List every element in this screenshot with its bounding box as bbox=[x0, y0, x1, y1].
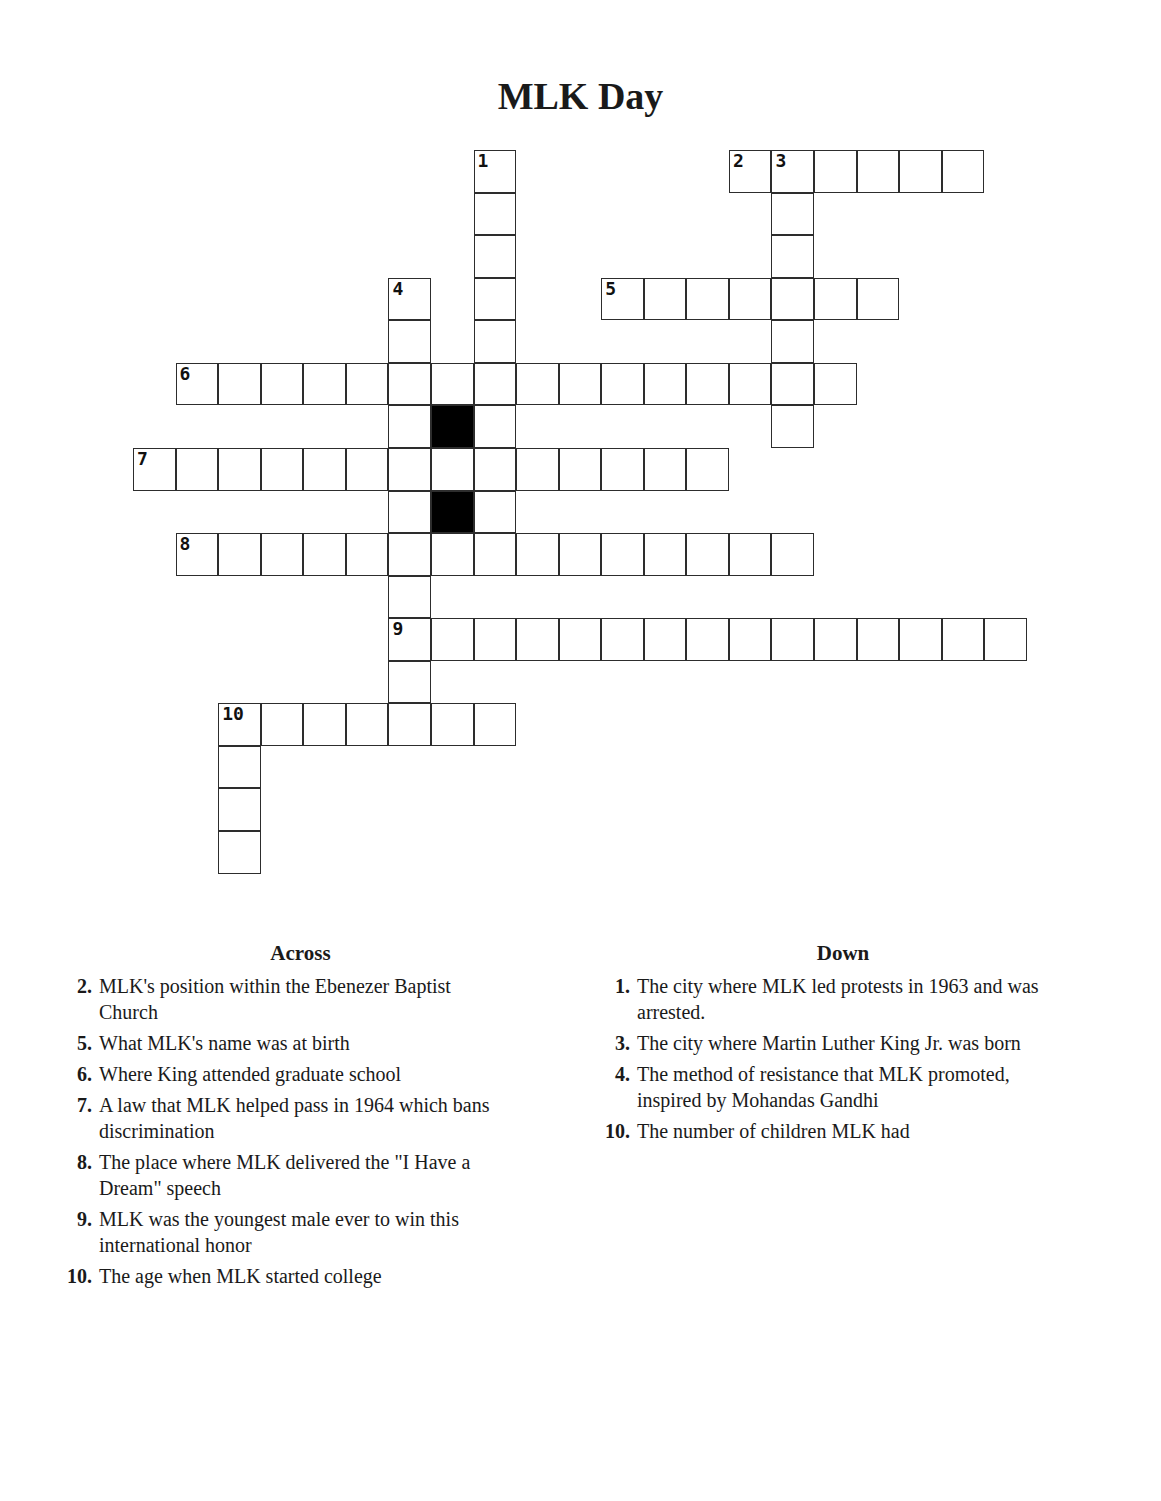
grid-cell[interactable] bbox=[516, 448, 559, 491]
grid-cell[interactable]: 5 bbox=[601, 278, 644, 321]
blocked-cell bbox=[431, 491, 474, 534]
clue-number: 10. bbox=[594, 1118, 630, 1144]
grid-cell[interactable] bbox=[176, 448, 219, 491]
clue-item: 1.The city where MLK led protests in 196… bbox=[594, 973, 1092, 1025]
down-header: Down bbox=[594, 941, 1092, 965]
grid-cell[interactable] bbox=[474, 533, 517, 576]
grid-cell[interactable] bbox=[814, 618, 857, 661]
grid-cell[interactable] bbox=[771, 235, 814, 278]
clue-number: 8. bbox=[56, 1149, 92, 1201]
grid-cell[interactable] bbox=[388, 320, 431, 363]
grid-cell[interactable] bbox=[218, 746, 261, 789]
grid-cell[interactable] bbox=[771, 193, 814, 236]
grid-cell[interactable] bbox=[686, 618, 729, 661]
clue-item: 8.The place where MLK delivered the "I H… bbox=[56, 1149, 545, 1201]
grid-cell[interactable] bbox=[303, 703, 346, 746]
grid-cell[interactable] bbox=[474, 405, 517, 448]
across-clue-list: 2.MLK's position within the Ebenezer Bap… bbox=[56, 973, 545, 1289]
grid-cell[interactable]: 2 bbox=[729, 150, 772, 193]
grid-cell[interactable] bbox=[942, 150, 985, 193]
grid-cell[interactable] bbox=[346, 703, 389, 746]
grid-cell[interactable] bbox=[218, 448, 261, 491]
grid-cell[interactable] bbox=[729, 533, 772, 576]
crossword-grid: 12345678910 bbox=[133, 150, 1027, 874]
grid-cell[interactable] bbox=[771, 618, 814, 661]
clue-text: Where King attended graduate school bbox=[99, 1061, 514, 1087]
clue-text: A law that MLK helped pass in 1964 which… bbox=[99, 1092, 514, 1144]
grid-cell[interactable] bbox=[474, 491, 517, 534]
cell-clue-number: 2 bbox=[733, 152, 744, 170]
grid-cell[interactable] bbox=[814, 278, 857, 321]
crossword-worksheet: MLK Day 12345678910 Across 2.MLK's posit… bbox=[0, 0, 1161, 1501]
clue-text: The age when MLK started college bbox=[99, 1263, 514, 1289]
grid-cell[interactable] bbox=[474, 703, 517, 746]
grid-cell[interactable] bbox=[729, 278, 772, 321]
grid-cell[interactable]: 10 bbox=[218, 703, 261, 746]
grid-cell[interactable] bbox=[431, 618, 474, 661]
cell-clue-number: 1 bbox=[478, 152, 489, 170]
grid-cell[interactable] bbox=[729, 363, 772, 406]
clue-item: 4.The method of resistance that MLK prom… bbox=[594, 1061, 1092, 1113]
clue-item: 10.The number of children MLK had bbox=[594, 1118, 1092, 1144]
cell-clue-number: 10 bbox=[222, 705, 244, 723]
grid-cell[interactable] bbox=[218, 831, 261, 874]
grid-cell[interactable] bbox=[388, 533, 431, 576]
clue-number: 6. bbox=[56, 1061, 92, 1087]
grid-cell[interactable] bbox=[942, 618, 985, 661]
across-header: Across bbox=[56, 941, 545, 965]
clue-number: 4. bbox=[594, 1061, 630, 1113]
grid-cell[interactable] bbox=[857, 278, 900, 321]
grid-cell[interactable] bbox=[686, 448, 729, 491]
clue-item: 5.What MLK's name was at birth bbox=[56, 1030, 545, 1056]
grid-cell[interactable] bbox=[388, 405, 431, 448]
grid-cell[interactable] bbox=[771, 405, 814, 448]
grid-cell[interactable] bbox=[388, 363, 431, 406]
grid-cell[interactable] bbox=[431, 703, 474, 746]
grid-cell[interactable] bbox=[388, 448, 431, 491]
clue-item: 3.The city where Martin Luther King Jr. … bbox=[594, 1030, 1092, 1056]
grid-cell[interactable] bbox=[431, 363, 474, 406]
grid-cell[interactable] bbox=[644, 618, 687, 661]
grid-cell[interactable]: 1 bbox=[474, 150, 517, 193]
grid-cell[interactable] bbox=[474, 235, 517, 278]
grid-cell[interactable] bbox=[261, 533, 304, 576]
grid-cell[interactable] bbox=[218, 788, 261, 831]
grid-cell[interactable] bbox=[857, 618, 900, 661]
grid-cell[interactable] bbox=[388, 703, 431, 746]
grid-cell[interactable] bbox=[346, 363, 389, 406]
grid-cell[interactable] bbox=[474, 193, 517, 236]
grid-cell[interactable]: 6 bbox=[176, 363, 219, 406]
grid-cell[interactable] bbox=[559, 363, 602, 406]
clue-number: 7. bbox=[56, 1092, 92, 1144]
clue-number: 5. bbox=[56, 1030, 92, 1056]
clue-item: 7.A law that MLK helped pass in 1964 whi… bbox=[56, 1092, 545, 1144]
cell-clue-number: 6 bbox=[180, 365, 191, 383]
clue-text: The city where Martin Luther King Jr. wa… bbox=[637, 1030, 1077, 1056]
grid-cell[interactable] bbox=[899, 150, 942, 193]
down-clue-list: 1.The city where MLK led protests in 196… bbox=[594, 973, 1092, 1144]
grid-cell[interactable] bbox=[686, 363, 729, 406]
cell-clue-number: 9 bbox=[392, 620, 403, 638]
grid-cell[interactable] bbox=[303, 363, 346, 406]
clue-text: What MLK's name was at birth bbox=[99, 1030, 514, 1056]
grid-cell[interactable] bbox=[516, 363, 559, 406]
clue-item: 10.The age when MLK started college bbox=[56, 1263, 545, 1289]
clue-text: MLK's position within the Ebenezer Bapti… bbox=[99, 973, 514, 1025]
grid-cell[interactable] bbox=[771, 278, 814, 321]
grid-cell[interactable] bbox=[984, 618, 1027, 661]
grid-cell[interactable] bbox=[474, 363, 517, 406]
puzzle-title: MLK Day bbox=[0, 74, 1161, 118]
clue-text: The number of children MLK had bbox=[637, 1118, 1077, 1144]
grid-cell[interactable] bbox=[644, 533, 687, 576]
blocked-cell bbox=[431, 405, 474, 448]
grid-cell[interactable] bbox=[516, 618, 559, 661]
grid-cell[interactable] bbox=[261, 703, 304, 746]
grid-cell[interactable] bbox=[388, 491, 431, 534]
clue-number: 1. bbox=[594, 973, 630, 1025]
cell-clue-number: 5 bbox=[605, 280, 616, 298]
grid-cell[interactable] bbox=[559, 533, 602, 576]
clue-number: 3. bbox=[594, 1030, 630, 1056]
across-clues-section: Across 2.MLK's position within the Ebene… bbox=[56, 941, 545, 1294]
cell-clue-number: 7 bbox=[137, 450, 148, 468]
grid-cell[interactable] bbox=[729, 618, 772, 661]
clue-item: 2.MLK's position within the Ebenezer Bap… bbox=[56, 973, 545, 1025]
clue-number: 9. bbox=[56, 1206, 92, 1258]
down-clues-section: Down 1.The city where MLK led protests i… bbox=[594, 941, 1092, 1149]
cell-clue-number: 4 bbox=[392, 280, 403, 298]
grid-cell[interactable]: 3 bbox=[771, 150, 814, 193]
grid-cell[interactable] bbox=[346, 533, 389, 576]
clue-number: 10. bbox=[56, 1263, 92, 1289]
grid-cell[interactable] bbox=[644, 448, 687, 491]
cell-clue-number: 3 bbox=[775, 152, 786, 170]
grid-cell[interactable] bbox=[814, 150, 857, 193]
grid-cell[interactable] bbox=[474, 618, 517, 661]
grid-cell[interactable] bbox=[559, 448, 602, 491]
grid-cell[interactable] bbox=[474, 448, 517, 491]
clue-item: 6.Where King attended graduate school bbox=[56, 1061, 545, 1087]
grid-cell[interactable] bbox=[601, 363, 644, 406]
grid-cell[interactable] bbox=[771, 320, 814, 363]
grid-cell[interactable] bbox=[431, 533, 474, 576]
grid-cell[interactable] bbox=[601, 448, 644, 491]
grid-cell[interactable] bbox=[388, 661, 431, 704]
grid-cell[interactable] bbox=[261, 448, 304, 491]
clue-text: MLK was the youngest male ever to win th… bbox=[99, 1206, 514, 1258]
grid-cell[interactable] bbox=[474, 320, 517, 363]
grid-cell[interactable] bbox=[303, 448, 346, 491]
grid-cell[interactable] bbox=[857, 150, 900, 193]
grid-cell[interactable] bbox=[431, 448, 474, 491]
grid-cell[interactable]: 7 bbox=[133, 448, 176, 491]
clue-text: The method of resistance that MLK promot… bbox=[637, 1061, 1077, 1113]
grid-cell[interactable] bbox=[218, 533, 261, 576]
grid-cell[interactable] bbox=[644, 278, 687, 321]
grid-cell[interactable]: 4 bbox=[388, 278, 431, 321]
grid-cell[interactable] bbox=[899, 618, 942, 661]
clue-text: The city where MLK led protests in 1963 … bbox=[637, 973, 1077, 1025]
grid-cell[interactable] bbox=[303, 533, 346, 576]
grid-cell[interactable] bbox=[388, 576, 431, 619]
grid-cell[interactable] bbox=[644, 363, 687, 406]
grid-cell[interactable] bbox=[559, 618, 602, 661]
grid-cell[interactable] bbox=[601, 618, 644, 661]
grid-cell[interactable] bbox=[771, 533, 814, 576]
clue-number: 2. bbox=[56, 973, 92, 1025]
clue-item: 9.MLK was the youngest male ever to win … bbox=[56, 1206, 545, 1258]
grid-cell[interactable]: 8 bbox=[176, 533, 219, 576]
grid-cell[interactable] bbox=[516, 533, 559, 576]
grid-cell[interactable] bbox=[218, 363, 261, 406]
grid-cell[interactable] bbox=[686, 278, 729, 321]
grid-cell[interactable] bbox=[474, 278, 517, 321]
grid-cell[interactable] bbox=[814, 363, 857, 406]
grid-cell[interactable]: 9 bbox=[388, 618, 431, 661]
grid-cell[interactable] bbox=[601, 533, 644, 576]
clue-text: The place where MLK delivered the "I Hav… bbox=[99, 1149, 514, 1201]
grid-cell[interactable] bbox=[261, 363, 304, 406]
grid-cell[interactable] bbox=[686, 533, 729, 576]
grid-cell[interactable] bbox=[771, 363, 814, 406]
cell-clue-number: 8 bbox=[180, 535, 191, 553]
grid-cell[interactable] bbox=[346, 448, 389, 491]
